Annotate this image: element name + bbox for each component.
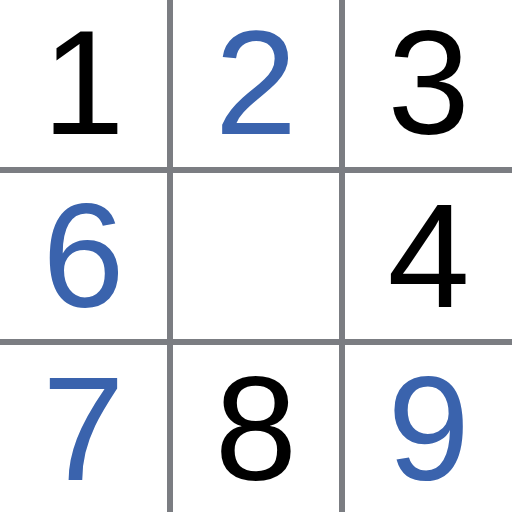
cell-r2c3[interactable]: 4 xyxy=(345,173,512,340)
cell-r3c3[interactable]: 9 xyxy=(345,345,512,512)
digit-r1c1: 1 xyxy=(42,9,124,157)
sudoku-board: 1 2 3 6 4 7 8 9 xyxy=(0,0,512,512)
cell-r2c2-empty[interactable] xyxy=(173,173,340,340)
cell-r1c3[interactable]: 3 xyxy=(345,0,512,167)
digit-r3c2: 8 xyxy=(215,355,297,503)
digit-r1c3: 3 xyxy=(388,9,470,157)
cell-r2c1[interactable]: 6 xyxy=(0,173,167,340)
digit-r2c3: 4 xyxy=(388,182,470,330)
digit-r3c1: 7 xyxy=(42,355,124,503)
digit-r1c2: 2 xyxy=(215,9,297,157)
cell-r3c2[interactable]: 8 xyxy=(173,345,340,512)
cell-r1c2[interactable]: 2 xyxy=(173,0,340,167)
digit-r2c1: 6 xyxy=(42,182,124,330)
cell-r3c1[interactable]: 7 xyxy=(0,345,167,512)
digit-r3c3: 9 xyxy=(388,355,470,503)
cell-r1c1[interactable]: 1 xyxy=(0,0,167,167)
